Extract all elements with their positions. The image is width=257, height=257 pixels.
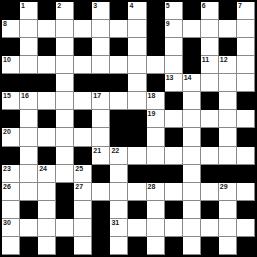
grid-cell-r5c2[interactable] [38, 92, 56, 110]
block-cell-r9c5 [92, 165, 110, 183]
grid-cell-r9c10[interactable] [183, 165, 201, 183]
grid-cell-r12c0[interactable]: 30 [2, 219, 20, 237]
grid-cell-r0c3[interactable]: 2 [56, 2, 74, 20]
block-cell-r6c4 [74, 110, 92, 128]
clue-number-26: 26 [3, 183, 11, 191]
grid-cell-r1c3[interactable] [56, 20, 74, 38]
grid-cell-r7c4[interactable] [74, 128, 92, 146]
grid-cell-r11c0[interactable] [2, 201, 20, 219]
block-cell-r4c4 [74, 74, 92, 92]
grid-cell-r4c10[interactable]: 14 [183, 74, 201, 92]
grid-cell-r7c3[interactable] [56, 128, 74, 146]
block-cell-r8c2 [38, 147, 56, 165]
block-cell-r3c10 [183, 56, 201, 74]
grid-cell-r9c0[interactable]: 23 [2, 165, 20, 183]
grid-cell-r4c13[interactable] [237, 74, 255, 92]
grid-cell-r10c4[interactable]: 27 [74, 183, 92, 201]
grid-cell-r6c8[interactable]: 19 [147, 110, 165, 128]
grid-cell-r1c13[interactable] [237, 20, 255, 38]
grid-cell-r10c0[interactable]: 26 [2, 183, 20, 201]
clue-number-11: 11 [202, 56, 209, 64]
grid-cell-r5c8[interactable]: 18 [147, 92, 165, 110]
block-cell-r6c0 [2, 110, 20, 128]
grid-cell-r10c5[interactable] [92, 183, 110, 201]
grid-cell-r12c3[interactable] [56, 219, 74, 237]
block-cell-r13c11 [201, 237, 219, 255]
block-cell-r4c1 [20, 74, 38, 92]
clue-number-8: 8 [3, 20, 7, 28]
clue-number-7: 7 [238, 2, 242, 10]
block-cell-r12c5 [92, 219, 110, 237]
block-cell-r9c13 [237, 165, 255, 183]
grid-cell-r2c11[interactable] [201, 38, 219, 56]
grid-cell-r11c8[interactable] [147, 201, 165, 219]
grid-cell-r12c12[interactable] [219, 219, 237, 237]
clue-number-6: 6 [202, 2, 206, 10]
block-cell-r11c5 [92, 201, 110, 219]
grid-cell-r3c1[interactable] [20, 56, 38, 74]
grid-cell-r9c2[interactable]: 24 [38, 165, 56, 183]
grid-cell-r8c9[interactable] [165, 147, 183, 165]
block-cell-r2c12 [219, 38, 237, 56]
block-cell-r8c4 [74, 147, 92, 165]
grid-cell-r10c13[interactable] [237, 183, 255, 201]
grid-cell-r0c5[interactable]: 3 [92, 2, 110, 20]
block-cell-r0c8 [147, 2, 165, 20]
grid-cell-r12c6[interactable]: 31 [110, 219, 128, 237]
block-cell-r13c13 [237, 237, 255, 255]
grid-cell-r1c4[interactable] [74, 20, 92, 38]
clue-number-29: 29 [220, 183, 228, 191]
grid-cell-r2c3[interactable] [56, 38, 74, 56]
grid-cell-r10c9[interactable] [165, 183, 183, 201]
grid-cell-r8c6[interactable]: 22 [110, 147, 128, 165]
grid-cell-r8c1[interactable] [20, 147, 38, 165]
grid-cell-r5c1[interactable]: 16 [20, 92, 38, 110]
clue-number-30: 30 [3, 219, 11, 227]
block-cell-r5c13 [237, 92, 255, 110]
grid-cell-r9c1[interactable] [20, 165, 38, 183]
block-cell-r2c4 [74, 38, 92, 56]
clue-number-15: 15 [3, 92, 11, 100]
clue-number-1: 1 [21, 2, 25, 10]
grid-cell-r7c8[interactable] [147, 128, 165, 146]
grid-cell-r8c7[interactable] [128, 147, 146, 165]
grid-cell-r8c13[interactable] [237, 147, 255, 165]
grid-cell-r4c7[interactable] [128, 74, 146, 92]
grid-cell-r4c12[interactable] [219, 74, 237, 92]
grid-cell-r10c1[interactable] [20, 183, 38, 201]
block-cell-r11c7 [128, 201, 146, 219]
block-cell-r0c10 [183, 2, 201, 20]
block-cell-r9c11 [201, 165, 219, 183]
block-cell-r2c10 [183, 38, 201, 56]
block-cell-r9c12 [219, 165, 237, 183]
grid-cell-r8c8[interactable] [147, 147, 165, 165]
clue-number-22: 22 [111, 147, 119, 155]
grid-cell-r9c4[interactable]: 25 [74, 165, 92, 183]
clue-number-2: 2 [57, 2, 61, 10]
block-cell-r4c0 [2, 74, 20, 92]
grid-cell-r6c1[interactable] [20, 110, 38, 128]
clue-number-3: 3 [93, 2, 97, 10]
clue-number-9: 9 [166, 20, 170, 28]
block-cell-r11c1 [20, 201, 38, 219]
grid-cell-r1c5[interactable] [92, 20, 110, 38]
grid-cell-r13c6[interactable] [110, 237, 128, 255]
block-cell-r11c9 [165, 201, 183, 219]
clue-number-5: 5 [166, 2, 170, 10]
grid-cell-r0c13[interactable]: 7 [237, 2, 255, 20]
grid-cell-r5c6[interactable] [110, 92, 128, 110]
block-cell-r6c6 [110, 110, 128, 128]
grid-cell-r12c10[interactable] [183, 219, 201, 237]
block-cell-r7c6 [110, 128, 128, 146]
grid-cell-r6c9[interactable] [165, 110, 183, 128]
grid-cell-r12c2[interactable] [38, 219, 56, 237]
grid-cell-r2c1[interactable] [20, 38, 38, 56]
block-cell-r0c0 [2, 2, 20, 20]
block-cell-r1c8 [147, 20, 165, 38]
grid-cell-r1c6[interactable] [110, 20, 128, 38]
clue-number-17: 17 [93, 92, 101, 100]
grid-cell-r10c10[interactable] [183, 183, 201, 201]
block-cell-r9c9 [165, 165, 183, 183]
grid-cell-r9c6[interactable] [110, 165, 128, 183]
grid-cell-r1c9[interactable]: 9 [165, 20, 183, 38]
grid-cell-r13c4[interactable] [74, 237, 92, 255]
clue-number-23: 23 [3, 165, 11, 173]
block-cell-r13c3 [56, 237, 74, 255]
grid-cell-r1c10[interactable] [183, 20, 201, 38]
block-cell-r13c7 [128, 237, 146, 255]
grid-cell-r7c2[interactable] [38, 128, 56, 146]
block-cell-r9c7 [128, 165, 146, 183]
grid-cell-r8c3[interactable] [56, 147, 74, 165]
clue-number-25: 25 [75, 165, 83, 173]
grid-cell-r12c11[interactable] [201, 219, 219, 237]
block-cell-r13c5 [92, 237, 110, 255]
block-cell-r11c3 [56, 201, 74, 219]
block-cell-r6c2 [38, 110, 56, 128]
grid-cell-r3c13[interactable] [237, 56, 255, 74]
block-cell-r4c8 [147, 74, 165, 92]
grid-cell-r5c12[interactable] [219, 92, 237, 110]
crossword-grid: 1234567891011121314151617181920212223242… [0, 0, 257, 257]
grid-cell-r3c0[interactable]: 10 [2, 56, 20, 74]
block-cell-r2c0 [2, 38, 20, 56]
block-cell-r2c2 [38, 38, 56, 56]
grid-cell-r12c8[interactable] [147, 219, 165, 237]
grid-cell-r10c12[interactable]: 29 [219, 183, 237, 201]
clue-number-28: 28 [148, 183, 156, 191]
clue-number-14: 14 [184, 74, 192, 82]
grid-cell-r3c8[interactable] [147, 56, 165, 74]
grid-cell-r2c13[interactable] [237, 38, 255, 56]
grid-cell-r5c0[interactable]: 15 [2, 92, 20, 110]
grid-cell-r1c1[interactable] [20, 20, 38, 38]
grid-cell-r7c12[interactable] [219, 128, 237, 146]
grid-cell-r6c3[interactable] [56, 110, 74, 128]
block-cell-r11c13 [237, 201, 255, 219]
block-cell-r11c11 [201, 201, 219, 219]
grid-cell-r10c2[interactable] [38, 183, 56, 201]
clue-number-20: 20 [3, 128, 11, 136]
block-cell-r0c4 [74, 2, 92, 20]
grid-cell-r11c12[interactable] [219, 201, 237, 219]
block-cell-r7c9 [165, 128, 183, 146]
grid-cell-r9c3[interactable] [56, 165, 74, 183]
grid-cell-r12c4[interactable] [74, 219, 92, 237]
grid-cell-r12c13[interactable] [237, 219, 255, 237]
grid-cell-r1c12[interactable] [219, 20, 237, 38]
grid-cell-r12c7[interactable] [128, 219, 146, 237]
grid-cell-r12c9[interactable] [165, 219, 183, 237]
grid-cell-r0c11[interactable]: 6 [201, 2, 219, 20]
clue-number-4: 4 [129, 2, 133, 10]
block-cell-r2c6 [110, 38, 128, 56]
block-cell-r7c11 [201, 128, 219, 146]
clue-number-10: 10 [3, 56, 11, 64]
grid-cell-r0c7[interactable]: 4 [128, 2, 146, 20]
grid-cell-r13c8[interactable] [147, 237, 165, 255]
grid-cell-r10c7[interactable] [128, 183, 146, 201]
block-cell-r6c7 [128, 110, 146, 128]
grid-cell-r3c5[interactable] [92, 56, 110, 74]
grid-cell-r3c12[interactable]: 12 [219, 56, 237, 74]
block-cell-r7c7 [128, 128, 146, 146]
grid-cell-r2c7[interactable] [128, 38, 146, 56]
block-cell-r13c9 [165, 237, 183, 255]
block-cell-r4c2 [38, 74, 56, 92]
grid-cell-r8c10[interactable] [183, 147, 201, 165]
block-cell-r13c1 [20, 237, 38, 255]
grid-cell-r10c6[interactable] [110, 183, 128, 201]
block-cell-r0c12 [219, 2, 237, 20]
block-cell-r7c13 [237, 128, 255, 146]
grid-cell-r12c1[interactable] [20, 219, 38, 237]
clue-number-12: 12 [220, 56, 228, 64]
grid-cell-r3c2[interactable] [38, 56, 56, 74]
grid-cell-r7c1[interactable] [20, 128, 38, 146]
block-cell-r5c9 [165, 92, 183, 110]
grid-cell-r5c4[interactable] [74, 92, 92, 110]
grid-cell-r5c5[interactable]: 17 [92, 92, 110, 110]
grid-cell-r7c0[interactable]: 20 [2, 128, 20, 146]
grid-cell-r3c9[interactable] [165, 56, 183, 74]
grid-cell-r1c11[interactable] [201, 20, 219, 38]
block-cell-r5c11 [201, 92, 219, 110]
grid-cell-r6c12[interactable] [219, 110, 237, 128]
grid-cell-r5c10[interactable] [183, 92, 201, 110]
clue-number-21: 21 [93, 147, 101, 155]
grid-cell-r4c9[interactable]: 13 [165, 74, 183, 92]
grid-cell-r6c5[interactable] [92, 110, 110, 128]
grid-cell-r13c0[interactable] [2, 237, 20, 255]
clue-number-13: 13 [166, 74, 174, 82]
grid-cell-r10c8[interactable]: 28 [147, 183, 165, 201]
grid-cell-r13c2[interactable] [38, 237, 56, 255]
grid-cell-r2c5[interactable] [92, 38, 110, 56]
grid-cell-r4c11[interactable] [201, 74, 219, 92]
grid-cell-r11c10[interactable] [183, 201, 201, 219]
grid-cell-r5c3[interactable] [56, 92, 74, 110]
clue-number-27: 27 [75, 183, 83, 191]
block-cell-r4c5 [92, 74, 110, 92]
grid-cell-r8c5[interactable]: 21 [92, 147, 110, 165]
grid-cell-r0c9[interactable]: 5 [165, 2, 183, 20]
grid-cell-r5c7[interactable] [128, 92, 146, 110]
grid-cell-r8c11[interactable] [201, 147, 219, 165]
block-cell-r0c2 [38, 2, 56, 20]
clue-number-24: 24 [39, 165, 47, 173]
block-cell-r0c6 [110, 2, 128, 20]
grid-cell-r6c10[interactable] [183, 110, 201, 128]
grid-cell-r11c6[interactable] [110, 201, 128, 219]
grid-cell-r0c1[interactable]: 1 [20, 2, 38, 20]
grid-cell-r3c11[interactable]: 11 [201, 56, 219, 74]
clue-number-19: 19 [148, 110, 156, 118]
grid-cell-r3c3[interactable] [56, 56, 74, 74]
grid-cell-r13c12[interactable] [219, 237, 237, 255]
clue-number-16: 16 [21, 92, 29, 100]
grid-cell-r10c11[interactable] [201, 183, 219, 201]
grid-cell-r8c12[interactable] [219, 147, 237, 165]
grid-cell-r11c2[interactable] [38, 201, 56, 219]
clue-number-18: 18 [148, 92, 156, 100]
grid-cell-r3c6[interactable] [110, 56, 128, 74]
block-cell-r9c8 [147, 165, 165, 183]
block-cell-r8c0 [2, 147, 20, 165]
grid-cell-r2c9[interactable] [165, 38, 183, 56]
grid-cell-r4c3[interactable] [56, 74, 74, 92]
grid-cell-r6c11[interactable] [201, 110, 219, 128]
grid-cell-r11c4[interactable] [74, 201, 92, 219]
block-cell-r2c8 [147, 38, 165, 56]
grid-cell-r7c5[interactable] [92, 128, 110, 146]
grid-cell-r7c10[interactable] [183, 128, 201, 146]
block-cell-r10c3 [56, 183, 74, 201]
grid-cell-r1c7[interactable] [128, 20, 146, 38]
grid-cell-r3c7[interactable] [128, 56, 146, 74]
grid-cell-r1c0[interactable]: 8 [2, 20, 20, 38]
grid-cell-r6c13[interactable] [237, 110, 255, 128]
clue-number-31: 31 [111, 219, 119, 227]
grid-cell-r1c2[interactable] [38, 20, 56, 38]
block-cell-r4c6 [110, 74, 128, 92]
grid-cell-r13c10[interactable] [183, 237, 201, 255]
grid-cell-r3c4[interactable] [74, 56, 92, 74]
